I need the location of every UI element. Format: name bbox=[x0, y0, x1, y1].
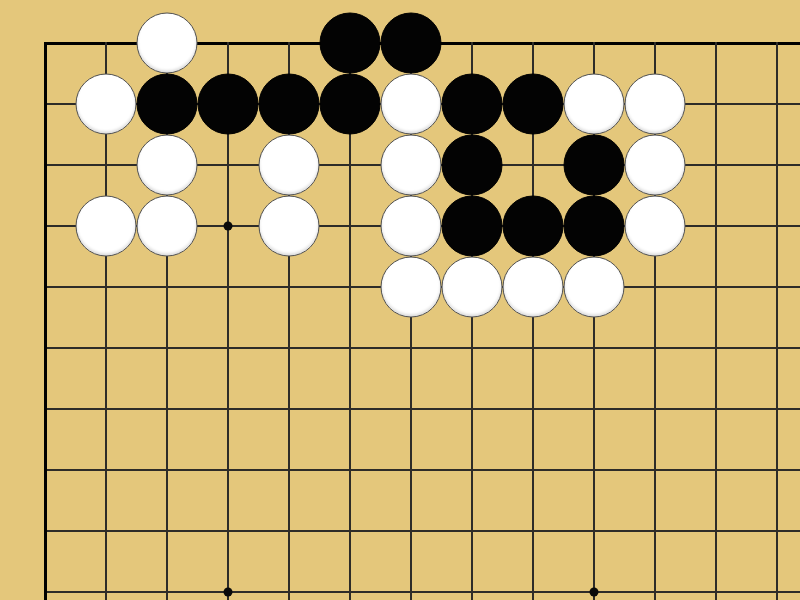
go-board[interactable] bbox=[0, 0, 800, 600]
grid-line-h bbox=[44, 408, 800, 410]
white-stone[interactable] bbox=[137, 135, 198, 196]
grid-line-h bbox=[44, 530, 800, 532]
black-stone[interactable] bbox=[503, 74, 564, 135]
black-stone[interactable] bbox=[564, 196, 625, 257]
white-stone[interactable] bbox=[381, 257, 442, 318]
star-point bbox=[224, 588, 233, 597]
black-stone[interactable] bbox=[259, 74, 320, 135]
white-stone[interactable] bbox=[564, 74, 625, 135]
white-stone[interactable] bbox=[381, 135, 442, 196]
white-stone[interactable] bbox=[259, 135, 320, 196]
board-left-edge-line bbox=[44, 42, 47, 600]
black-stone[interactable] bbox=[503, 196, 564, 257]
grid-line-h bbox=[44, 469, 800, 471]
black-stone[interactable] bbox=[442, 74, 503, 135]
white-stone[interactable] bbox=[259, 196, 320, 257]
grid-line-v bbox=[715, 42, 717, 600]
star-point bbox=[590, 588, 599, 597]
black-stone[interactable] bbox=[320, 13, 381, 74]
white-stone[interactable] bbox=[381, 196, 442, 257]
star-point bbox=[224, 222, 233, 231]
white-stone[interactable] bbox=[564, 257, 625, 318]
black-stone[interactable] bbox=[198, 74, 259, 135]
white-stone[interactable] bbox=[137, 196, 198, 257]
grid-line-v bbox=[776, 42, 778, 600]
white-stone[interactable] bbox=[625, 196, 686, 257]
white-stone[interactable] bbox=[137, 13, 198, 74]
white-stone[interactable] bbox=[76, 196, 137, 257]
black-stone[interactable] bbox=[320, 74, 381, 135]
white-stone[interactable] bbox=[381, 74, 442, 135]
black-stone[interactable] bbox=[137, 74, 198, 135]
white-stone[interactable] bbox=[503, 257, 564, 318]
black-stone[interactable] bbox=[442, 135, 503, 196]
black-stone[interactable] bbox=[564, 135, 625, 196]
grid-line-h bbox=[44, 347, 800, 349]
black-stone[interactable] bbox=[442, 196, 503, 257]
grid-line-h bbox=[44, 591, 800, 593]
white-stone[interactable] bbox=[625, 135, 686, 196]
white-stone[interactable] bbox=[76, 74, 137, 135]
black-stone[interactable] bbox=[381, 13, 442, 74]
white-stone[interactable] bbox=[442, 257, 503, 318]
white-stone[interactable] bbox=[625, 74, 686, 135]
